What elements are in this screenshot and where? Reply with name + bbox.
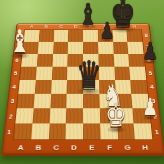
black-queen-e4[interactable]: ♛ <box>76 56 102 94</box>
chess-scene: ABCDEFGH 87654321 87654321 ABCDEFGH ♝♝♚♟… <box>0 0 164 164</box>
black-pawn-h6[interactable]: ♟ <box>142 39 158 63</box>
piece-shadow <box>77 88 102 96</box>
piece-shadow <box>79 23 98 29</box>
white-pawn-h2[interactable]: ♟ <box>142 95 158 119</box>
piece-shadow <box>100 38 114 42</box>
piece-shadow <box>10 53 30 59</box>
black-bishop-e8[interactable]: ♝ <box>78 0 98 28</box>
piece-shadow <box>106 127 126 133</box>
piece-shadow <box>142 115 157 120</box>
black-pawn-f7[interactable]: ♟ <box>99 19 114 41</box>
pieces-layer: ♝♝♚♟♟♛♞♚♟ <box>0 0 164 164</box>
piece-shadow <box>142 59 157 64</box>
white-bishop-a6[interactable]: ♝ <box>9 27 30 58</box>
white-king-f1[interactable]: ♚ <box>105 101 126 132</box>
